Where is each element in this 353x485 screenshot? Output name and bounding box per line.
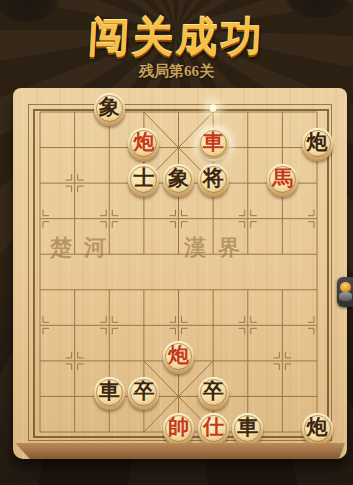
piece-red-advisor[interactable]: 仕: [198, 413, 229, 444]
piece-black-elephant[interactable]: 象: [163, 164, 194, 195]
piece-black-elephant[interactable]: 象: [94, 93, 125, 124]
piece-black-cannon[interactable]: 炮: [302, 413, 333, 444]
side-drawer-handle[interactable]: [337, 277, 353, 307]
piece-black-cannon[interactable]: 炮: [302, 128, 333, 159]
piece-glyph: 炮: [133, 132, 154, 153]
piece-glyph: 将: [203, 168, 224, 189]
board-grid: 象炮車炮士象将馬炮車卒卒帥仕車炮: [40, 112, 317, 432]
level-complete-screen: { "game": "xiangqi", "header": { "title"…: [0, 0, 353, 485]
level-complete-title: 闯关成功: [0, 10, 353, 65]
piece-black-general[interactable]: 将: [198, 164, 229, 195]
piece-glyph: 炮: [307, 417, 328, 438]
grid-lines: [40, 112, 317, 432]
piece-glyph: 卒: [133, 381, 154, 402]
piece-glyph: 馬: [272, 168, 293, 189]
piece-glyph: 車: [237, 417, 258, 438]
piece-red-chariot[interactable]: 車: [198, 128, 229, 159]
piece-tray-icon: [340, 282, 351, 292]
board-bottom-bevel: [13, 443, 347, 459]
piece-glyph: 車: [203, 132, 224, 153]
piece-glyph: 象: [99, 97, 120, 118]
piece-glyph: 炮: [307, 132, 328, 153]
piece-glyph: 炮: [168, 345, 189, 366]
piece-red-general[interactable]: 帥: [163, 413, 194, 444]
piece-black-advisor[interactable]: 士: [128, 164, 159, 195]
piece-black-chariot[interactable]: 車: [94, 377, 125, 408]
piece-glyph: 仕: [203, 417, 224, 438]
level-number: 残局第66关: [0, 62, 353, 81]
piece-black-soldier[interactable]: 卒: [198, 377, 229, 408]
piece-glyph: 車: [99, 381, 120, 402]
piece-black-chariot[interactable]: 車: [232, 413, 263, 444]
piece-glyph: 卒: [203, 381, 224, 402]
piece-red-horse[interactable]: 馬: [267, 164, 298, 195]
xiangqi-board[interactable]: 楚河 漢界 象炮車炮士象将馬炮車卒卒帥仕車炮: [13, 88, 347, 459]
piece-glyph: 象: [168, 168, 189, 189]
piece-glyph: 帥: [168, 417, 189, 438]
piece-glyph: 士: [133, 168, 154, 189]
piece-tray-icon-base: [339, 292, 352, 301]
